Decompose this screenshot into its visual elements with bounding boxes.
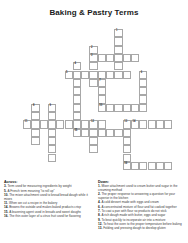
grid-cell[interactable] — [73, 71, 81, 79]
grid-cell[interactable] — [131, 104, 139, 112]
clue-number: 9 — [49, 105, 50, 108]
grid-cell[interactable] — [31, 112, 39, 120]
clue-number: 8 — [33, 105, 34, 108]
grid-cell[interactable]: 7 — [98, 79, 106, 87]
grid-cell[interactable] — [114, 37, 122, 45]
grid-cell[interactable] — [89, 79, 97, 87]
grid-cell[interactable]: 11 — [23, 120, 31, 128]
clue-number: 10 — [99, 105, 102, 108]
grid-cell[interactable]: 9 — [48, 104, 56, 112]
grid-cell[interactable]: 10 — [98, 104, 106, 112]
grid-cell[interactable] — [114, 104, 122, 112]
grid-cell[interactable] — [65, 120, 73, 128]
grid-cell[interactable] — [123, 129, 131, 137]
across-clue-list: 3. Term used for measuring ingredients b… — [4, 185, 93, 218]
clue-number: 6 — [141, 72, 142, 75]
clue-number: 13 — [124, 121, 127, 124]
grid-cell[interactable] — [48, 145, 56, 153]
grid-cell[interactable] — [89, 145, 97, 153]
grid-cell[interactable] — [139, 87, 147, 95]
grid-cell[interactable] — [73, 79, 81, 87]
grid-cell[interactable] — [98, 87, 106, 95]
grid-cell[interactable] — [123, 104, 131, 112]
grid-cell[interactable] — [156, 162, 164, 170]
grid-cell[interactable] — [48, 112, 56, 120]
clue-number: 3 — [91, 55, 92, 58]
down-clues-section: Down: 1. Mixer attachment used to cream … — [98, 180, 186, 232]
grid-cell[interactable] — [98, 71, 106, 79]
grid-cell[interactable] — [114, 46, 122, 54]
grid-cell[interactable] — [73, 120, 81, 128]
down-clue-list: 1. Mixer attachment used to cream butter… — [98, 185, 186, 231]
clue-number: 15 — [74, 130, 77, 133]
grid-cell[interactable] — [114, 71, 122, 79]
grid-cell[interactable]: 3 — [89, 54, 97, 62]
grid-cell[interactable] — [73, 112, 81, 120]
grid-cell[interactable] — [98, 120, 106, 128]
grid-cell[interactable] — [139, 162, 147, 170]
grid-cell[interactable] — [73, 87, 81, 95]
grid-cell[interactable] — [131, 162, 139, 170]
grid-cell[interactable]: 8 — [31, 104, 39, 112]
grid-cell[interactable] — [131, 54, 139, 62]
clue-number: 16 — [124, 163, 127, 166]
grid-cell[interactable]: 12 — [89, 120, 97, 128]
across-clues-section: Across: 3. Term used for measuring ingre… — [4, 180, 93, 219]
grid-cell[interactable] — [139, 95, 147, 103]
grid-cell[interactable] — [48, 154, 56, 162]
grid-cell[interactable] — [114, 62, 122, 70]
clue-number: 12 — [91, 121, 94, 124]
grid-cell[interactable] — [31, 129, 39, 137]
grid-cell[interactable] — [89, 62, 97, 70]
grid-cell[interactable] — [81, 120, 89, 128]
grid-cell[interactable] — [73, 104, 81, 112]
grid-cell[interactable] — [139, 120, 147, 128]
grid-cell[interactable] — [98, 95, 106, 103]
grid-cell[interactable] — [123, 154, 131, 162]
grid-cell[interactable] — [106, 104, 114, 112]
grid-cell[interactable]: 15 — [73, 129, 81, 137]
clue-number: 14 — [132, 121, 135, 124]
clue-item: 13. Folding and pressing dough to develo… — [98, 227, 186, 231]
grid-cell[interactable] — [40, 120, 48, 128]
grid-cell[interactable] — [48, 137, 56, 145]
grid-cell[interactable] — [106, 71, 114, 79]
crossword-grid: 12345678910111213141516 — [23, 29, 174, 171]
grid-cell[interactable] — [123, 137, 131, 145]
grid-cell[interactable] — [98, 54, 106, 62]
grid-cell[interactable] — [114, 129, 122, 137]
grid-cell[interactable]: 2 — [89, 46, 97, 54]
grid-cell[interactable] — [123, 54, 131, 62]
grid-cell[interactable]: 16 — [123, 162, 131, 170]
grid-cell[interactable] — [123, 145, 131, 153]
clue-number: 11 — [25, 121, 28, 124]
grid-cell[interactable] — [73, 95, 81, 103]
clue-number: 7 — [99, 80, 100, 83]
grid-cell[interactable] — [89, 137, 97, 145]
grid-cell[interactable]: 5 — [65, 71, 73, 79]
page-title: Baking & Pastry Terms — [0, 8, 188, 17]
grid-cell[interactable] — [164, 120, 172, 128]
grid-cell[interactable] — [148, 120, 156, 128]
grid-cell[interactable] — [98, 129, 106, 137]
grid-cell[interactable]: 1 — [114, 29, 122, 37]
grid-cell[interactable] — [31, 137, 39, 145]
grid-cell[interactable]: 6 — [139, 71, 147, 79]
grid-cell[interactable] — [148, 162, 156, 170]
grid-cell[interactable] — [164, 162, 172, 170]
grid-cell[interactable] — [139, 104, 147, 112]
clue-number: 1 — [116, 30, 117, 33]
grid-cell[interactable] — [48, 129, 56, 137]
clue-item: 16. The thin outer layer of a citrus fru… — [4, 215, 93, 219]
grid-cell[interactable] — [106, 54, 114, 62]
grid-cell[interactable] — [81, 71, 89, 79]
grid-cell[interactable] — [106, 129, 114, 137]
grid-cell[interactable] — [123, 71, 131, 79]
grid-cell[interactable] — [89, 71, 97, 79]
grid-cell[interactable]: 14 — [131, 120, 139, 128]
grid-cell[interactable] — [156, 120, 164, 128]
clue-number: 4 — [74, 63, 75, 66]
grid-cell[interactable] — [56, 120, 64, 128]
grid-cell[interactable] — [89, 129, 97, 137]
grid-cell[interactable] — [114, 54, 122, 62]
grid-cell[interactable] — [81, 129, 89, 137]
grid-cell[interactable]: 4 — [73, 62, 81, 70]
clue-number: 5 — [66, 72, 67, 75]
grid-cell[interactable] — [31, 120, 39, 128]
grid-cell[interactable]: 13 — [123, 120, 131, 128]
grid-cell[interactable] — [139, 79, 147, 87]
grid-cell[interactable] — [48, 120, 56, 128]
clue-number: 2 — [91, 47, 92, 50]
